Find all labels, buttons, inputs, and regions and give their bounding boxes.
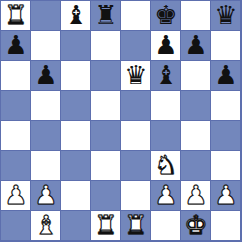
black-pawn[interactable]: ♟ — [184, 31, 207, 60]
square-g4[interactable] — [181, 121, 211, 151]
square-d3[interactable] — [91, 151, 121, 181]
square-c8[interactable]: ♝ — [61, 1, 91, 31]
square-b2[interactable]: ♟ — [31, 181, 61, 211]
white-bishop[interactable]: ♝ — [34, 211, 57, 240]
square-f5[interactable] — [151, 91, 181, 121]
square-h3[interactable] — [211, 151, 241, 181]
square-f2[interactable]: ♟ — [151, 181, 181, 211]
square-a4[interactable] — [1, 121, 31, 151]
black-bishop[interactable]: ♝ — [154, 61, 177, 90]
square-a6[interactable] — [1, 61, 31, 91]
square-d7[interactable] — [91, 31, 121, 61]
black-rook[interactable]: ♜ — [94, 1, 117, 30]
black-queen[interactable]: ♛ — [124, 61, 147, 90]
square-e2[interactable] — [121, 181, 151, 211]
square-e4[interactable] — [121, 121, 151, 151]
square-f1[interactable] — [151, 211, 181, 241]
square-g3[interactable] — [181, 151, 211, 181]
square-e6[interactable]: ♛ — [121, 61, 151, 91]
square-h5[interactable] — [211, 91, 241, 121]
square-b3[interactable] — [31, 151, 61, 181]
square-a1[interactable] — [1, 211, 31, 241]
square-h6[interactable]: ♟ — [211, 61, 241, 91]
chess-board: ♜♝♜♚♛♟♟♟♟♛♝♟♞♟♟♟♟♟♝♜♜♚ — [0, 0, 242, 242]
square-c3[interactable] — [61, 151, 91, 181]
white-pawn[interactable]: ♟ — [154, 181, 177, 210]
black-bishop[interactable]: ♝ — [64, 1, 87, 30]
black-king[interactable]: ♚ — [154, 1, 177, 30]
square-d8[interactable]: ♜ — [91, 1, 121, 31]
black-pawn[interactable]: ♟ — [214, 61, 237, 90]
square-f6[interactable]: ♝ — [151, 61, 181, 91]
square-d5[interactable] — [91, 91, 121, 121]
square-h8[interactable]: ♛ — [211, 1, 241, 31]
white-rook[interactable]: ♜ — [4, 1, 27, 30]
square-f7[interactable]: ♟ — [151, 31, 181, 61]
white-knight[interactable]: ♞ — [154, 151, 177, 180]
white-rook[interactable]: ♜ — [124, 211, 147, 240]
square-c6[interactable] — [61, 61, 91, 91]
square-f3[interactable]: ♞ — [151, 151, 181, 181]
white-pawn[interactable]: ♟ — [4, 181, 27, 210]
square-e8[interactable] — [121, 1, 151, 31]
square-h2[interactable]: ♟ — [211, 181, 241, 211]
square-a3[interactable] — [1, 151, 31, 181]
white-pawn[interactable]: ♟ — [214, 181, 237, 210]
square-d6[interactable] — [91, 61, 121, 91]
square-c4[interactable] — [61, 121, 91, 151]
square-g6[interactable] — [181, 61, 211, 91]
square-b8[interactable] — [31, 1, 61, 31]
black-pawn[interactable]: ♟ — [4, 31, 27, 60]
black-queen[interactable]: ♛ — [214, 1, 237, 30]
square-f8[interactable]: ♚ — [151, 1, 181, 31]
square-a8[interactable]: ♜ — [1, 1, 31, 31]
square-g8[interactable] — [181, 1, 211, 31]
square-h7[interactable] — [211, 31, 241, 61]
square-c1[interactable] — [61, 211, 91, 241]
square-b5[interactable] — [31, 91, 61, 121]
white-rook[interactable]: ♜ — [94, 211, 117, 240]
square-g5[interactable] — [181, 91, 211, 121]
black-pawn[interactable]: ♟ — [154, 31, 177, 60]
square-h4[interactable] — [211, 121, 241, 151]
black-pawn[interactable]: ♟ — [34, 61, 57, 90]
square-e5[interactable] — [121, 91, 151, 121]
square-a7[interactable]: ♟ — [1, 31, 31, 61]
square-c7[interactable] — [61, 31, 91, 61]
white-pawn[interactable]: ♟ — [34, 181, 57, 210]
square-b6[interactable]: ♟ — [31, 61, 61, 91]
square-e1[interactable]: ♜ — [121, 211, 151, 241]
square-d4[interactable] — [91, 121, 121, 151]
square-c5[interactable] — [61, 91, 91, 121]
square-e7[interactable] — [121, 31, 151, 61]
square-d2[interactable] — [91, 181, 121, 211]
white-pawn[interactable]: ♟ — [184, 181, 207, 210]
square-a2[interactable]: ♟ — [1, 181, 31, 211]
square-e3[interactable] — [121, 151, 151, 181]
square-g1[interactable]: ♚ — [181, 211, 211, 241]
square-a5[interactable] — [1, 91, 31, 121]
white-king[interactable]: ♚ — [184, 211, 207, 240]
square-g7[interactable]: ♟ — [181, 31, 211, 61]
square-f4[interactable] — [151, 121, 181, 151]
square-b7[interactable] — [31, 31, 61, 61]
square-b4[interactable] — [31, 121, 61, 151]
square-c2[interactable] — [61, 181, 91, 211]
square-g2[interactable]: ♟ — [181, 181, 211, 211]
square-h1[interactable] — [211, 211, 241, 241]
square-b1[interactable]: ♝ — [31, 211, 61, 241]
square-d1[interactable]: ♜ — [91, 211, 121, 241]
